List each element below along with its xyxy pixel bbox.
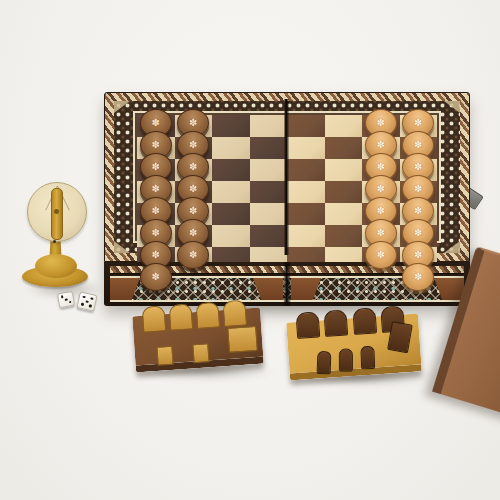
square-e3 — [287, 159, 325, 181]
rosette-inlay-icon: ✽ — [414, 184, 422, 194]
front-corner-panel — [110, 278, 140, 300]
indicator-rivet — [54, 209, 59, 214]
rosette-inlay-icon: ✽ — [152, 162, 160, 172]
marker-face-tab[interactable] — [156, 346, 173, 366]
square-c5 — [212, 203, 250, 225]
die-pip — [90, 297, 93, 300]
square-c2 — [212, 137, 250, 159]
marker-tab[interactable] — [352, 307, 377, 335]
rosette-inlay-icon: ✽ — [377, 250, 385, 260]
square-d2 — [250, 137, 288, 159]
corner-motif-icon — [114, 101, 130, 113]
die-pip — [89, 304, 92, 307]
rosette-inlay-icon: ✽ — [152, 118, 160, 128]
rosette-inlay-icon: ✽ — [414, 272, 422, 282]
square-d6 — [250, 225, 288, 247]
die-pip — [69, 301, 72, 304]
rosette-inlay-icon: ✽ — [152, 206, 160, 216]
square-e5 — [287, 203, 325, 225]
rosette-inlay-icon: ✽ — [189, 162, 197, 172]
square-c1 — [212, 115, 250, 137]
checker-dark[interactable]: ✽ — [140, 263, 172, 291]
rosette-inlay-icon: ✽ — [414, 140, 422, 150]
square-f1 — [325, 115, 363, 137]
board-top-face: ✽✽✽✽✽✽✽✽✽✽✽✽✽✽✽✽✽✽✽✽✽✽✽✽✽✽✽✽✽✽ — [104, 92, 470, 262]
marker-face-tab[interactable] — [192, 343, 209, 363]
square-d1 — [250, 115, 288, 137]
rosette-inlay-icon: ✽ — [189, 228, 197, 238]
die-pip — [60, 295, 63, 298]
marker-tab[interactable] — [195, 301, 220, 329]
front-corner-panel — [291, 278, 321, 300]
square-c6 — [212, 225, 250, 247]
die-pip — [81, 303, 84, 306]
marker-tab[interactable] — [324, 309, 349, 337]
rosette-inlay-icon: ✽ — [189, 250, 197, 260]
square-e1 — [287, 115, 325, 137]
square-f6 — [325, 225, 363, 247]
auction-photo-scene: ✽✽✽✽✽✽✽✽✽✽✽✽✽✽✽✽✽✽✽✽✽✽✽✽✽✽✽✽✽✽ ♠ — [0, 0, 500, 500]
square-c3 — [212, 159, 250, 181]
rosette-inlay-icon: ✽ — [152, 140, 160, 150]
checker-light[interactable]: ✽ — [365, 241, 397, 269]
marker-tab[interactable] — [222, 300, 247, 328]
box-centre-seam-front — [284, 262, 291, 306]
square-f2 — [325, 137, 363, 159]
rosette-inlay-icon: ✽ — [377, 162, 385, 172]
rosette-inlay-icon: ✽ — [189, 118, 197, 128]
indicator-pin — [53, 240, 56, 243]
square-e6 — [287, 225, 325, 247]
rosette-inlay-icon: ✽ — [152, 228, 160, 238]
square-d5 — [250, 203, 288, 225]
rosette-inlay-icon: ✽ — [414, 118, 422, 128]
trump-indicator[interactable]: ♠ — [20, 180, 100, 292]
square-d4 — [250, 181, 288, 203]
marker-tab[interactable] — [168, 303, 193, 331]
marker-tab[interactable] — [142, 305, 167, 333]
whist-marker-boxwood[interactable] — [286, 313, 422, 380]
whist-marker-walnut[interactable] — [132, 308, 264, 373]
rosette-inlay-icon: ✽ — [377, 118, 385, 128]
marker-face-tab[interactable] — [360, 346, 375, 369]
rosette-inlay-icon: ✽ — [414, 250, 422, 260]
die[interactable] — [76, 291, 97, 311]
rosette-inlay-icon: ✽ — [189, 206, 197, 216]
die-pip — [64, 298, 67, 301]
die[interactable] — [57, 291, 75, 309]
rosette-inlay-icon: ✽ — [377, 228, 385, 238]
rosette-inlay-icon: ✽ — [189, 140, 197, 150]
rosette-inlay-icon: ✽ — [414, 206, 422, 216]
rosette-inlay-icon: ✽ — [152, 184, 160, 194]
front-corner-panel — [434, 278, 464, 300]
rosette-inlay-icon: ✽ — [189, 184, 197, 194]
die-pip — [82, 295, 85, 298]
games-box: ✽✽✽✽✽✽✽✽✽✽✽✽✽✽✽✽✽✽✽✽✽✽✽✽✽✽✽✽✽✽ — [104, 92, 470, 306]
indicator-dome — [35, 254, 77, 278]
box-centre-seam — [285, 99, 290, 255]
marker-tab[interactable] — [295, 311, 320, 339]
front-corner-panel — [253, 278, 283, 300]
marker-face-tab-large[interactable] — [227, 326, 258, 353]
rosette-inlay-icon: ✽ — [377, 184, 385, 194]
square-f3 — [325, 159, 363, 181]
corner-motif-icon — [114, 241, 130, 253]
indicator-pointer — [51, 188, 63, 240]
square-d3 — [250, 159, 288, 181]
rosette-inlay-icon: ✽ — [414, 162, 422, 172]
square-f5 — [325, 203, 363, 225]
square-f4 — [325, 181, 363, 203]
rosette-inlay-icon: ✽ — [377, 140, 385, 150]
square-e4 — [287, 181, 325, 203]
marker-face-tab[interactable] — [339, 349, 353, 372]
corner-motif-icon — [444, 241, 460, 253]
corner-motif-icon — [444, 101, 460, 113]
square-e2 — [287, 137, 325, 159]
marker-face-tab[interactable] — [317, 351, 332, 374]
rosette-inlay-icon: ✽ — [377, 206, 385, 216]
die-pip — [85, 300, 88, 303]
square-c4 — [212, 181, 250, 203]
rosette-inlay-icon: ✽ — [152, 250, 160, 260]
rosette-inlay-icon: ✽ — [152, 272, 160, 282]
rosette-inlay-icon: ✽ — [414, 228, 422, 238]
